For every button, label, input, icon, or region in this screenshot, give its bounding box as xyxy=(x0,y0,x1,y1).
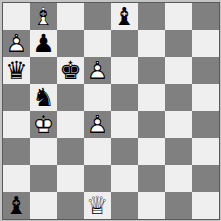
square-e4[interactable] xyxy=(111,111,138,138)
square-a7[interactable]: ♟♙ xyxy=(3,30,30,57)
piece-black-knight-b5: ♞ xyxy=(30,84,57,111)
square-g6[interactable] xyxy=(165,57,192,84)
square-c8[interactable] xyxy=(57,3,84,30)
square-d1[interactable]: ♛♕ xyxy=(84,192,111,219)
board: ♝♗♝♟♙♟♛♚♟♙♞♚♔♟♙♝♛♕ xyxy=(2,2,220,220)
square-e1[interactable] xyxy=(111,192,138,219)
square-d3[interactable] xyxy=(84,138,111,165)
square-a2[interactable] xyxy=(3,165,30,192)
square-b4[interactable]: ♚♔ xyxy=(30,111,57,138)
square-d7[interactable] xyxy=(84,30,111,57)
square-h4[interactable] xyxy=(192,111,219,138)
square-b7[interactable]: ♟ xyxy=(30,30,57,57)
square-f2[interactable] xyxy=(138,165,165,192)
square-c4[interactable] xyxy=(57,111,84,138)
square-b2[interactable] xyxy=(30,165,57,192)
square-f6[interactable] xyxy=(138,57,165,84)
square-b1[interactable] xyxy=(30,192,57,219)
square-g1[interactable] xyxy=(165,192,192,219)
square-h8[interactable] xyxy=(192,3,219,30)
square-e6[interactable] xyxy=(111,57,138,84)
square-d2[interactable] xyxy=(84,165,111,192)
piece-white-king-b4: ♚♔ xyxy=(30,111,57,138)
piece-white-queen-d1: ♛♕ xyxy=(84,192,111,219)
square-a1[interactable]: ♝ xyxy=(3,192,30,219)
piece-white-pawn-d4: ♟♙ xyxy=(84,111,111,138)
square-d4[interactable]: ♟♙ xyxy=(84,111,111,138)
square-h1[interactable] xyxy=(192,192,219,219)
square-b5[interactable]: ♞ xyxy=(30,84,57,111)
square-c6[interactable]: ♚ xyxy=(57,57,84,84)
piece-black-bishop-a1: ♝ xyxy=(3,192,30,219)
square-a6[interactable]: ♛ xyxy=(3,57,30,84)
square-c2[interactable] xyxy=(57,165,84,192)
square-a3[interactable] xyxy=(3,138,30,165)
square-g8[interactable] xyxy=(165,3,192,30)
square-d6[interactable]: ♟♙ xyxy=(84,57,111,84)
square-e3[interactable] xyxy=(111,138,138,165)
square-g3[interactable] xyxy=(165,138,192,165)
square-c1[interactable] xyxy=(57,192,84,219)
square-f8[interactable] xyxy=(138,3,165,30)
square-g2[interactable] xyxy=(165,165,192,192)
square-g7[interactable] xyxy=(165,30,192,57)
square-h5[interactable] xyxy=(192,84,219,111)
square-h7[interactable] xyxy=(192,30,219,57)
square-f3[interactable] xyxy=(138,138,165,165)
square-c5[interactable] xyxy=(57,84,84,111)
square-b8[interactable]: ♝♗ xyxy=(30,3,57,30)
square-f5[interactable] xyxy=(138,84,165,111)
square-f1[interactable] xyxy=(138,192,165,219)
square-e7[interactable] xyxy=(111,30,138,57)
square-h3[interactable] xyxy=(192,138,219,165)
square-f7[interactable] xyxy=(138,30,165,57)
square-e5[interactable] xyxy=(111,84,138,111)
square-h2[interactable] xyxy=(192,165,219,192)
square-d8[interactable] xyxy=(84,3,111,30)
square-f4[interactable] xyxy=(138,111,165,138)
square-a8[interactable] xyxy=(3,3,30,30)
square-g4[interactable] xyxy=(165,111,192,138)
square-a4[interactable] xyxy=(3,111,30,138)
piece-white-pawn-d6: ♟♙ xyxy=(84,57,111,84)
square-a5[interactable] xyxy=(3,84,30,111)
piece-black-king-c6: ♚ xyxy=(57,57,84,84)
piece-white-pawn-a7: ♟♙ xyxy=(3,30,30,57)
piece-black-queen-a6: ♛ xyxy=(3,57,30,84)
board-frame: ♝♗♝♟♙♟♛♚♟♙♞♚♔♟♙♝♛♕ xyxy=(0,0,221,221)
square-b6[interactable] xyxy=(30,57,57,84)
square-e8[interactable]: ♝ xyxy=(111,3,138,30)
piece-white-bishop-b8: ♝♗ xyxy=(30,3,57,30)
square-c3[interactable] xyxy=(57,138,84,165)
square-h6[interactable] xyxy=(192,57,219,84)
square-c7[interactable] xyxy=(57,30,84,57)
square-b3[interactable] xyxy=(30,138,57,165)
square-d5[interactable] xyxy=(84,84,111,111)
square-e2[interactable] xyxy=(111,165,138,192)
square-g5[interactable] xyxy=(165,84,192,111)
piece-black-bishop-e8: ♝ xyxy=(111,3,138,30)
piece-black-pawn-b7: ♟ xyxy=(30,30,57,57)
